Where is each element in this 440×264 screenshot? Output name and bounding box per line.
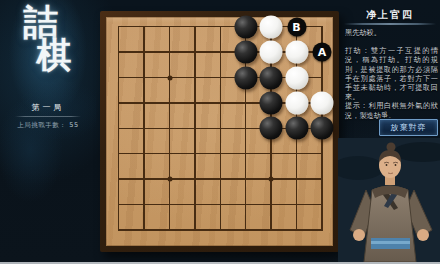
- white-stone: [285, 41, 308, 64]
- black-stone: [260, 66, 283, 89]
- black-stone: [310, 117, 333, 140]
- npc-topknot: [387, 143, 396, 152]
- left-title-panel: 詰 棋 第一局 上局挑戰手數：55: [0, 0, 96, 264]
- game-screen: 詰 棋 第一局 上局挑戰手數：55 BA 净上官四 黑先劫殺。 打劫：雙方一子互…: [0, 0, 440, 264]
- white-stone: [260, 15, 283, 38]
- puzzle-hint-text: 提示：利用白棋無外氣的狀況，製造劫爭。: [345, 101, 438, 119]
- npc-left-fist: [353, 229, 365, 241]
- puzzle-rule-text: 打劫：雙方一子互提的情況，稱為打劫。打劫的規則，是被提取的那方必須隔手在別處落子…: [345, 46, 438, 101]
- puzzle-info-panel: 净上官四 黑先劫殺。 打劫：雙方一子互提的情況，稱為打劫。打劫的規則，是被提取的…: [340, 0, 440, 264]
- stones-layer: BA: [118, 26, 323, 231]
- stat-line: 上局挑戰手數：55: [0, 121, 96, 130]
- puzzle-title: 净上官四: [340, 8, 440, 22]
- title-divider: [344, 23, 436, 25]
- stat-label: 上局挑戰手數：: [17, 121, 66, 129]
- black-stone: [260, 91, 283, 114]
- app-title-calligraphy: 詰 棋: [0, 4, 96, 72]
- black-stone: [234, 41, 257, 64]
- black-stone: [234, 15, 257, 38]
- giveup-button[interactable]: 放棄對弈: [379, 119, 438, 136]
- round-label: 第一局: [0, 102, 96, 113]
- choice-marker-A[interactable]: A: [312, 43, 331, 62]
- go-board: BA: [100, 11, 339, 252]
- choice-marker-B[interactable]: B: [287, 17, 306, 36]
- npc-right-fist: [417, 229, 429, 241]
- app-title-char-2: 棋: [12, 37, 96, 72]
- white-stone: [285, 91, 308, 114]
- board-surface[interactable]: BA: [106, 17, 333, 246]
- puzzle-text: 黑先劫殺。 打劫：雙方一子互提的情況，稱為打劫。打劫的規則，是被提取的那方必須隔…: [345, 28, 438, 120]
- star-point: [269, 177, 274, 182]
- black-stone: [234, 66, 257, 89]
- black-stone: [260, 117, 283, 140]
- white-stone: [260, 41, 283, 64]
- white-stone: [285, 66, 308, 89]
- white-stone: [310, 91, 333, 114]
- star-point: [167, 177, 172, 182]
- star-point: [167, 75, 172, 80]
- left-divider: [15, 116, 81, 117]
- puzzle-statement: 黑先劫殺。: [345, 28, 438, 37]
- npc-character-art: [338, 138, 440, 262]
- stat-value: 55: [69, 121, 78, 129]
- black-stone: [285, 117, 308, 140]
